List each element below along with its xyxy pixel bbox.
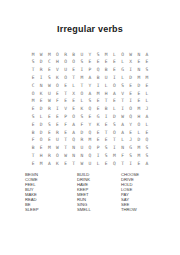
grid-cell: N: [118, 145, 126, 153]
grid-cell: V: [62, 106, 70, 114]
grid-cell: T: [118, 160, 126, 168]
grid-cell: I: [127, 98, 135, 106]
grid-cell: W: [62, 152, 70, 160]
grid-cell: S: [118, 82, 126, 90]
grid-cell: P: [86, 67, 94, 75]
grid-cell: L: [118, 137, 126, 145]
grid-cell: G: [127, 145, 135, 153]
grid-cell: A: [143, 51, 151, 59]
grid-cell: G: [118, 67, 126, 75]
grid-cell: T: [78, 82, 86, 90]
grid-cell: X: [70, 90, 78, 98]
grid-cell: L: [110, 51, 118, 59]
grid-cell: E: [94, 98, 102, 106]
grid-cell: O: [127, 106, 135, 114]
grid-cell: D: [135, 137, 143, 145]
grid-cell: L: [143, 90, 151, 98]
grid-cell: S: [127, 152, 135, 160]
page-title: Irregular verbs: [0, 24, 180, 34]
word-list-item: THROW: [121, 207, 159, 212]
grid-cell: I: [37, 74, 45, 82]
grid-cell: L: [70, 82, 78, 90]
grid-cell: S: [143, 152, 151, 160]
grid-cell: T: [29, 152, 37, 160]
grid-cell: C: [29, 82, 37, 90]
grid-cell: K: [78, 106, 86, 114]
grid-cell: M: [29, 51, 37, 59]
grid-cell: U: [86, 160, 94, 168]
grid-cell: O: [62, 74, 70, 82]
grid-cell: O: [70, 113, 78, 121]
grid-cell: V: [53, 67, 61, 75]
grid-cell: I: [110, 74, 118, 82]
grid-cell: A: [86, 90, 94, 98]
grid-cell: E: [94, 106, 102, 114]
grid-cell: E: [62, 129, 70, 137]
grid-cell: Q: [86, 129, 94, 137]
grid-cell: W: [37, 51, 45, 59]
grid-cell: L: [118, 59, 126, 67]
grid-cell: R: [78, 137, 86, 145]
grid-cell: E: [53, 121, 61, 129]
grid-cell: V: [118, 90, 126, 98]
grid-cell: E: [143, 59, 151, 67]
grid-cell: M: [135, 74, 143, 82]
grid-cell: A: [110, 90, 118, 98]
grid-cell: Y: [86, 82, 94, 90]
grid-cell: S: [86, 98, 94, 106]
grid-cell: M: [143, 74, 151, 82]
grid-cell: R: [45, 152, 53, 160]
grid-cell: A: [143, 113, 151, 121]
grid-cell: W: [127, 51, 135, 59]
grid-cell: I: [78, 67, 86, 75]
grid-cell: W: [78, 160, 86, 168]
grid-cell: O: [53, 51, 61, 59]
grid-cell: S: [29, 113, 37, 121]
grid-cell: S: [45, 74, 53, 82]
grid-cell: M: [45, 145, 53, 153]
grid-cell: T: [110, 137, 118, 145]
grid-cell: S: [143, 67, 151, 75]
grid-cell: X: [127, 59, 135, 67]
grid-cell: O: [62, 59, 70, 67]
grid-cell: M: [135, 106, 143, 114]
grid-cell: L: [37, 113, 45, 121]
grid-cell: I: [53, 106, 61, 114]
grid-cell: E: [70, 98, 78, 106]
grid-cell: I: [118, 106, 126, 114]
grid-cell: R: [37, 67, 45, 75]
grid-cell: J: [143, 106, 151, 114]
grid-cell: I: [102, 113, 110, 121]
grid-cell: O: [53, 82, 61, 90]
grid-cell: W: [53, 145, 61, 153]
grid-cell: U: [102, 74, 110, 82]
grid-cell: I: [127, 160, 135, 168]
grid-cell: E: [110, 67, 118, 75]
grid-cell: R: [45, 106, 53, 114]
grid-cell: A: [86, 74, 94, 82]
grid-cell: W: [118, 113, 126, 121]
grid-cell: Q: [127, 113, 135, 121]
grid-cell: A: [70, 121, 78, 129]
grid-cell: B: [29, 129, 37, 137]
grid-cell: K: [53, 74, 61, 82]
grid-cell: L: [78, 98, 86, 106]
grid-cell: A: [118, 121, 126, 129]
grid-cell: I: [110, 145, 118, 153]
grid-cell: U: [62, 67, 70, 75]
grid-cell: E: [70, 67, 78, 75]
grid-cell: O: [70, 59, 78, 67]
grid-cell: T: [118, 98, 126, 106]
grid-cell: C: [45, 59, 53, 67]
grid-cell: Y: [86, 51, 94, 59]
grid-cell: E: [53, 113, 61, 121]
grid-cell: K: [94, 121, 102, 129]
grid-cell: O: [118, 51, 126, 59]
grid-cell: M: [135, 152, 143, 160]
grid-cell: F: [78, 121, 86, 129]
grid-cell: N: [135, 51, 143, 59]
grid-cell: E: [53, 90, 61, 98]
grid-cell: S: [110, 121, 118, 129]
grid-cell: I: [94, 152, 102, 160]
grid-cell: P: [62, 113, 70, 121]
grid-cell: E: [29, 74, 37, 82]
grid-cell: M: [110, 152, 118, 160]
grid-cell: E: [45, 129, 53, 137]
grid-cell: G: [94, 113, 102, 121]
grid-cell: E: [37, 145, 45, 153]
grid-cell: D: [110, 113, 118, 121]
grid-cell: Q: [86, 106, 94, 114]
grid-cell: L: [94, 160, 102, 168]
grid-cell: B: [70, 51, 78, 59]
grid-cell: Q: [143, 137, 151, 145]
grid-cell: U: [78, 145, 86, 153]
grid-cell: R: [53, 129, 61, 137]
grid-cell: O: [37, 137, 45, 145]
grid-cell: E: [94, 129, 102, 137]
worksheet-page: Irregular verbs MWMORBUYSMLOWNASDCHOOSEE…: [0, 0, 180, 255]
grid-cell: E: [29, 121, 37, 129]
grid-cell: A: [45, 160, 53, 168]
grid-cell: B: [94, 74, 102, 82]
grid-cell: E: [29, 160, 37, 168]
grid-cell: U: [45, 90, 53, 98]
grid-cell: D: [78, 129, 86, 137]
grid-cell: E: [102, 160, 110, 168]
grid-cell: H: [53, 59, 61, 67]
grid-cell: M: [94, 90, 102, 98]
grid-cell: E: [37, 98, 45, 106]
grid-cell: O: [110, 129, 118, 137]
grid-cell: E: [70, 106, 78, 114]
grid-cell: L: [110, 106, 118, 114]
grid-cell: D: [37, 106, 45, 114]
grid-cell: H: [102, 90, 110, 98]
grid-cell: E: [135, 59, 143, 67]
grid-cell: E: [102, 121, 110, 129]
word-search-grid: MWMORBUYSMLOWNASDCHOOSEEEELXEETREVUEIPQB…: [29, 51, 151, 168]
grid-cell: K: [37, 90, 45, 98]
grid-cell: E: [127, 90, 135, 98]
grid-cell: T: [62, 145, 70, 153]
grid-cell: F: [62, 121, 70, 129]
grid-cell: E: [45, 137, 53, 145]
grid-cell: O: [29, 90, 37, 98]
grid-cell: E: [110, 59, 118, 67]
word-list-item: SMELL: [77, 207, 121, 212]
grid-cell: E: [135, 160, 143, 168]
grid-cell: N: [70, 145, 78, 153]
grid-cell: N: [135, 67, 143, 75]
grid-cell: E: [127, 129, 135, 137]
grid-cell: E: [62, 160, 70, 168]
grid-cell: E: [135, 90, 143, 98]
grid-cell: M: [45, 51, 53, 59]
grid-cell: F: [29, 137, 37, 145]
grid-cell: E: [86, 113, 94, 121]
grid-cell: U: [78, 51, 86, 59]
grid-cell: E: [62, 98, 70, 106]
grid-cell: T: [102, 129, 110, 137]
grid-cell: L: [118, 74, 126, 82]
grid-cell: W: [45, 82, 53, 90]
grid-cell: T: [70, 160, 78, 168]
grid-cell: D: [127, 74, 135, 82]
grid-cell: O: [135, 121, 143, 129]
grid-cell: O: [78, 90, 86, 98]
grid-cell: E: [45, 113, 53, 121]
grid-cell: E: [110, 98, 118, 106]
grid-cell: E: [143, 129, 151, 137]
grid-cell: E: [45, 67, 53, 75]
grid-cell: D: [37, 121, 45, 129]
grid-cell: K: [53, 160, 61, 168]
grid-cell: L: [102, 82, 110, 90]
grid-cell: E: [102, 137, 110, 145]
grid-cell: E: [94, 59, 102, 67]
word-list-item: SLEEP: [25, 207, 77, 212]
grid-cell: T: [70, 74, 78, 82]
grid-cell: D: [37, 129, 45, 137]
grid-cell: E: [135, 98, 143, 106]
grid-cell: N: [70, 152, 78, 160]
grid-cell: S: [94, 51, 102, 59]
grid-cell: N: [37, 82, 45, 90]
grid-cell: M: [86, 137, 94, 145]
grid-cell: E: [94, 137, 102, 145]
grid-cell: F: [118, 152, 126, 160]
grid-cell: J: [127, 137, 135, 145]
grid-cell: D: [37, 59, 45, 67]
grid-cell: Q: [110, 160, 118, 168]
grid-cell: S: [45, 121, 53, 129]
grid-cell: P: [94, 145, 102, 153]
grid-cell: L: [143, 98, 151, 106]
grid-cell: O: [53, 152, 61, 160]
grid-cell: W: [45, 98, 53, 106]
grid-cell: E: [62, 82, 70, 90]
grid-cell: T: [62, 137, 70, 145]
grid-cell: E: [143, 82, 151, 90]
grid-cell: S: [143, 145, 151, 153]
grid-cell: H: [37, 152, 45, 160]
grid-cell: B: [29, 145, 37, 153]
grid-cell: M: [29, 98, 37, 106]
grid-cell: E: [29, 106, 37, 114]
grid-cell: D: [135, 82, 143, 90]
grid-cell: Q: [86, 145, 94, 153]
grid-cell: E: [86, 59, 94, 67]
grid-cell: S: [29, 59, 37, 67]
grid-cell: M: [135, 145, 143, 153]
grid-cell: B: [102, 67, 110, 75]
grid-cell: L: [143, 121, 151, 129]
grid-cell: S: [102, 152, 110, 160]
grid-cell: T: [29, 67, 37, 75]
grid-cell: I: [127, 67, 135, 75]
grid-cell: I: [94, 82, 102, 90]
grid-cell: Y: [86, 121, 94, 129]
grid-cell: Q: [86, 152, 94, 160]
grid-cell: E: [127, 82, 135, 90]
grid-cell: O: [110, 82, 118, 90]
grid-cell: S: [78, 59, 86, 67]
grid-cell: S: [102, 145, 110, 153]
grid-cell: U: [53, 137, 61, 145]
grid-cell: S: [78, 113, 86, 121]
grid-cell: T: [102, 98, 110, 106]
grid-cell: E: [102, 59, 110, 67]
word-list: BEGINBUILDCHOOSECOMEDRINKDRIVEFEELHAVEHO…: [25, 172, 159, 212]
grid-cell: A: [118, 129, 126, 137]
grid-cell: M: [37, 160, 45, 168]
grid-cell: L: [135, 129, 143, 137]
grid-cell: H: [135, 113, 143, 121]
grid-cell: A: [70, 129, 78, 137]
grid-cell: Q: [94, 67, 102, 75]
grid-cell: Y: [127, 121, 135, 129]
grid-cell: A: [143, 160, 151, 168]
grid-cell: B: [102, 106, 110, 114]
grid-cell: M: [102, 51, 110, 59]
grid-cell: N: [78, 152, 86, 160]
grid-cell: Q: [70, 137, 78, 145]
grid-cell: F: [53, 98, 61, 106]
grid-cell: R: [62, 51, 70, 59]
grid-cell: M: [78, 74, 86, 82]
grid-cell: T: [62, 90, 70, 98]
